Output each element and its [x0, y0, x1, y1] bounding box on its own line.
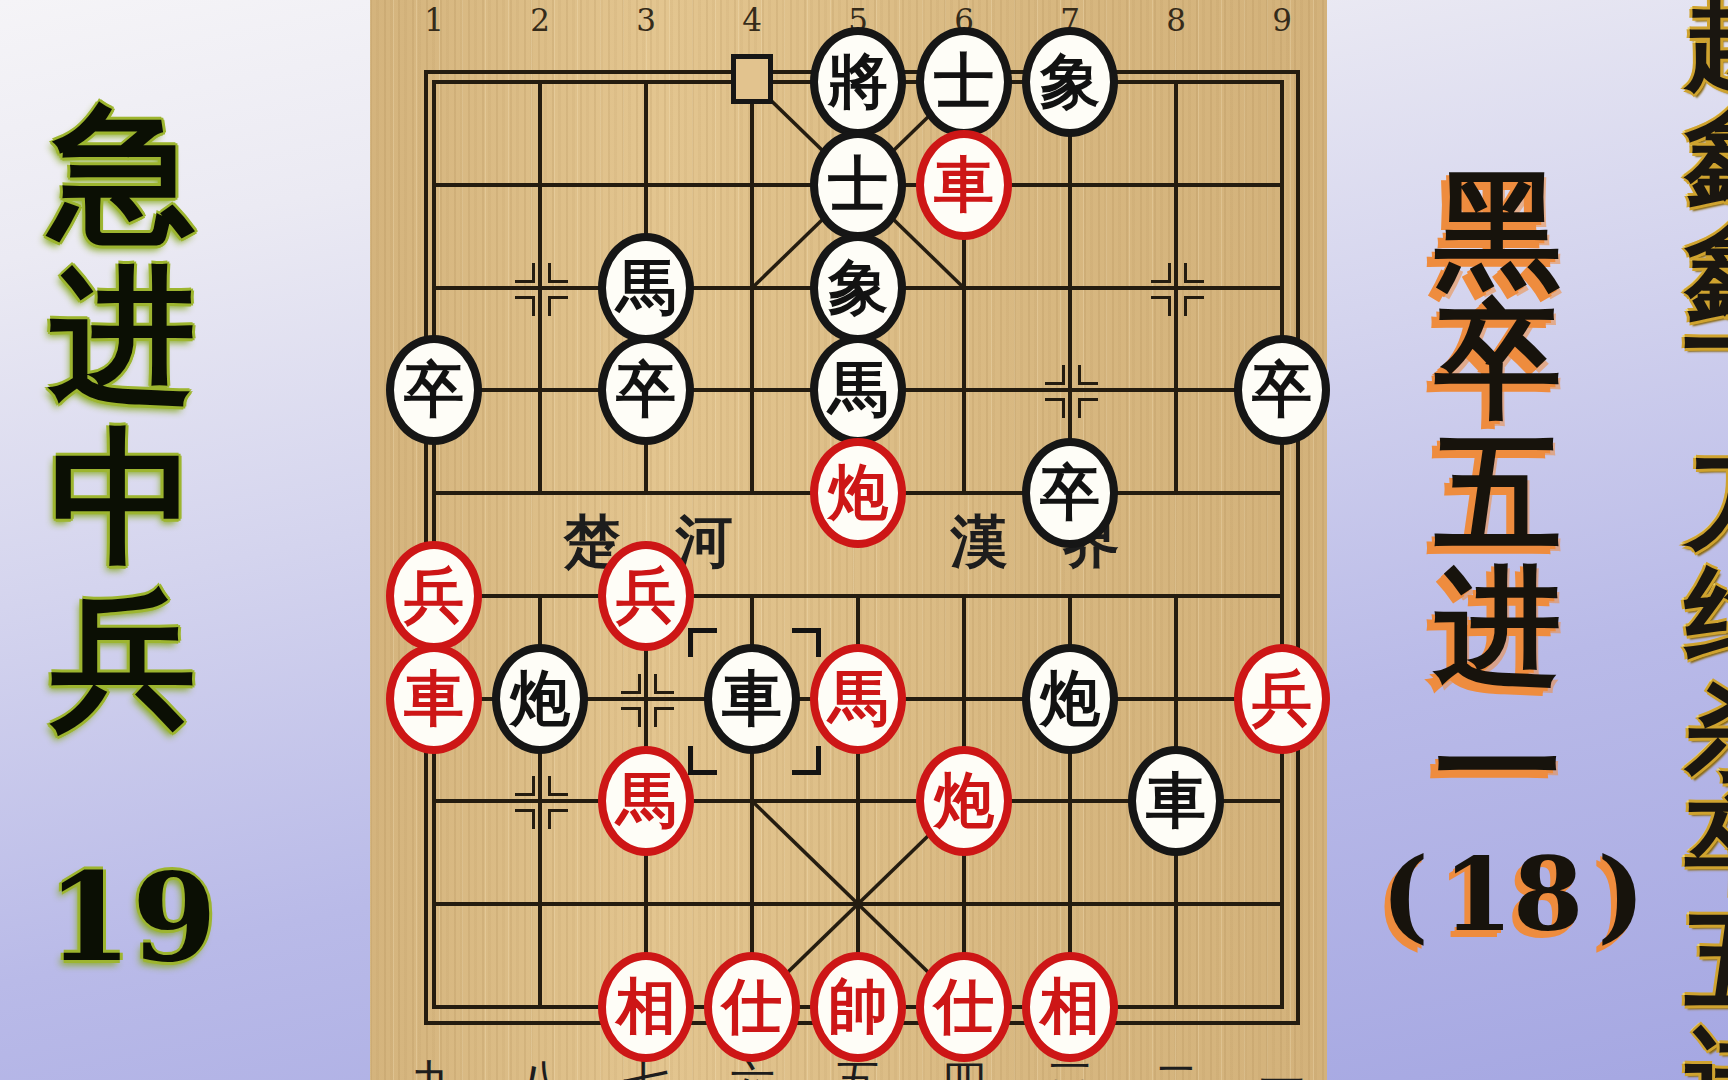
piece-glyph: 卒 [616, 359, 676, 419]
piece-象-7-1[interactable]: 象 [1022, 27, 1118, 137]
piece-相-3-10[interactable]: 相 [598, 952, 694, 1062]
piece-卒-9-4[interactable]: 卒 [1234, 335, 1330, 445]
piece-車-6-2[interactable]: 車 [916, 130, 1012, 240]
piece-glyph: 兵 [1252, 668, 1312, 728]
piece-馬-5-4[interactable]: 馬 [810, 335, 906, 445]
piece-glyph: 象 [1040, 51, 1100, 111]
last-move-from-marker [731, 54, 773, 104]
piece-glyph: 士 [934, 51, 994, 111]
piece-仕-4-10[interactable]: 仕 [704, 952, 800, 1062]
piece-兵-9-7[interactable]: 兵 [1234, 644, 1330, 754]
piece-炮-6-8[interactable]: 炮 [916, 746, 1012, 856]
piece-車-4-7[interactable]: 車 [704, 644, 800, 754]
piece-glyph: 相 [616, 976, 676, 1036]
piece-相-7-10[interactable]: 相 [1022, 952, 1118, 1062]
piece-炮-7-7[interactable]: 炮 [1022, 644, 1118, 754]
piece-glyph: 士 [828, 154, 888, 214]
piece-象-5-3[interactable]: 象 [810, 233, 906, 343]
piece-卒-3-4[interactable]: 卒 [598, 335, 694, 445]
piece-馬-3-3[interactable]: 馬 [598, 233, 694, 343]
piece-兵-1-6[interactable]: 兵 [386, 541, 482, 651]
piece-glyph: 車 [722, 668, 782, 728]
piece-glyph: 炮 [934, 770, 994, 830]
piece-glyph: 馬 [616, 770, 676, 830]
last-move-to-bracket [792, 746, 821, 775]
piece-卒-7-5[interactable]: 卒 [1022, 438, 1118, 548]
piece-仕-6-10[interactable]: 仕 [916, 952, 1012, 1062]
piece-將-5-1[interactable]: 將 [810, 27, 906, 137]
piece-glyph: 卒 [404, 359, 464, 419]
last-move-to-bracket [688, 746, 717, 775]
piece-馬-5-7[interactable]: 馬 [810, 644, 906, 754]
piece-兵-3-6[interactable]: 兵 [598, 541, 694, 651]
piece-glyph: 象 [828, 257, 888, 317]
piece-士-6-1[interactable]: 士 [916, 27, 1012, 137]
piece-glyph: 卒 [1040, 462, 1100, 522]
piece-glyph: 炮 [1040, 668, 1100, 728]
piece-glyph: 車 [934, 154, 994, 214]
xiangqi-video-frame: 123456789九八七六五四三二一楚河漢界 將士象士車馬象卒卒馬卒炮卒兵兵車炮… [0, 0, 1728, 1080]
piece-glyph: 將 [828, 51, 888, 111]
piece-glyph: 卒 [1252, 359, 1312, 419]
piece-馬-3-8[interactable]: 馬 [598, 746, 694, 856]
piece-炮-2-7[interactable]: 炮 [492, 644, 588, 754]
piece-glyph: 兵 [616, 565, 676, 625]
piece-glyph: 仕 [934, 976, 994, 1036]
piece-glyph: 馬 [828, 668, 888, 728]
piece-glyph: 炮 [828, 462, 888, 522]
piece-glyph: 炮 [510, 668, 570, 728]
piece-glyph: 馬 [616, 257, 676, 317]
piece-卒-1-4[interactable]: 卒 [386, 335, 482, 445]
piece-glyph: 兵 [404, 565, 464, 625]
piece-glyph: 車 [1146, 770, 1206, 830]
piece-glyph: 帥 [828, 976, 888, 1036]
piece-車-8-8[interactable]: 車 [1128, 746, 1224, 856]
piece-炮-5-5[interactable]: 炮 [810, 438, 906, 548]
piece-glyph: 仕 [722, 976, 782, 1036]
piece-glyph: 車 [404, 668, 464, 728]
last-move-to-bracket [792, 628, 821, 657]
piece-glyph: 相 [1040, 976, 1100, 1036]
piece-車-1-7[interactable]: 車 [386, 644, 482, 754]
piece-士-5-2[interactable]: 士 [810, 130, 906, 240]
piece-glyph: 馬 [828, 359, 888, 419]
last-move-to-bracket [688, 628, 717, 657]
piece-帥-5-10[interactable]: 帥 [810, 952, 906, 1062]
